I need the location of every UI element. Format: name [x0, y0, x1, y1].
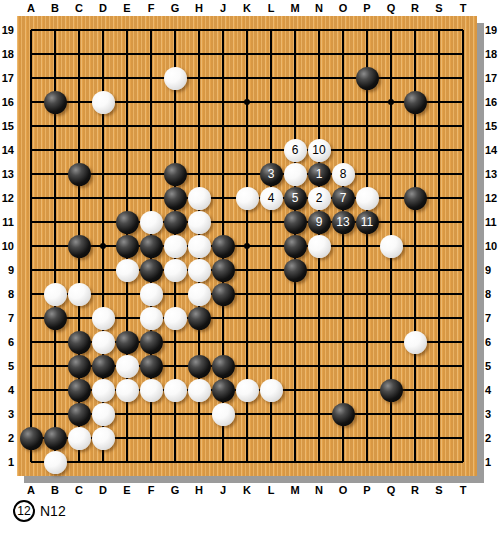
point-P5[interactable]	[355, 354, 379, 378]
point-S1[interactable]	[427, 450, 451, 474]
point-K19[interactable]	[235, 18, 259, 42]
point-F19[interactable]	[139, 18, 163, 42]
point-S14[interactable]	[427, 138, 451, 162]
point-S19[interactable]	[427, 18, 451, 42]
point-L1[interactable]	[259, 450, 283, 474]
point-O12[interactable]: 7	[331, 186, 355, 210]
point-O18[interactable]	[331, 42, 355, 66]
point-O5[interactable]	[331, 354, 355, 378]
point-L2[interactable]	[259, 426, 283, 450]
point-M6[interactable]	[283, 330, 307, 354]
point-M17[interactable]	[283, 66, 307, 90]
point-N13[interactable]: 1	[307, 162, 331, 186]
point-R15[interactable]	[403, 114, 427, 138]
point-E4[interactable]	[115, 378, 139, 402]
point-G9[interactable]	[163, 258, 187, 282]
point-A2[interactable]	[19, 426, 43, 450]
point-A16[interactable]	[19, 90, 43, 114]
point-R4[interactable]	[403, 378, 427, 402]
point-G19[interactable]	[163, 18, 187, 42]
point-F5[interactable]	[139, 354, 163, 378]
point-G17[interactable]	[163, 66, 187, 90]
point-K11[interactable]	[235, 210, 259, 234]
point-A15[interactable]	[19, 114, 43, 138]
point-A13[interactable]	[19, 162, 43, 186]
point-C19[interactable]	[67, 18, 91, 42]
point-F6[interactable]	[139, 330, 163, 354]
point-B11[interactable]	[43, 210, 67, 234]
point-B19[interactable]	[43, 18, 67, 42]
point-A10[interactable]	[19, 234, 43, 258]
point-O17[interactable]	[331, 66, 355, 90]
point-H19[interactable]	[187, 18, 211, 42]
point-Q1[interactable]	[379, 450, 403, 474]
point-L9[interactable]	[259, 258, 283, 282]
point-F7[interactable]	[139, 306, 163, 330]
point-C16[interactable]	[67, 90, 91, 114]
point-O14[interactable]	[331, 138, 355, 162]
point-N15[interactable]	[307, 114, 331, 138]
point-L13[interactable]: 3	[259, 162, 283, 186]
point-L6[interactable]	[259, 330, 283, 354]
point-C13[interactable]	[67, 162, 91, 186]
point-Q8[interactable]	[379, 282, 403, 306]
point-M5[interactable]	[283, 354, 307, 378]
point-P1[interactable]	[355, 450, 379, 474]
point-K8[interactable]	[235, 282, 259, 306]
point-R19[interactable]	[403, 18, 427, 42]
point-J16[interactable]	[211, 90, 235, 114]
point-C9[interactable]	[67, 258, 91, 282]
point-E2[interactable]	[115, 426, 139, 450]
point-Q7[interactable]	[379, 306, 403, 330]
point-C5[interactable]	[67, 354, 91, 378]
point-D4[interactable]	[91, 378, 115, 402]
point-D10[interactable]	[91, 234, 115, 258]
point-F13[interactable]	[139, 162, 163, 186]
point-G7[interactable]	[163, 306, 187, 330]
point-E10[interactable]	[115, 234, 139, 258]
point-R2[interactable]	[403, 426, 427, 450]
point-K4[interactable]	[235, 378, 259, 402]
point-J4[interactable]	[211, 378, 235, 402]
point-Q4[interactable]	[379, 378, 403, 402]
point-G14[interactable]	[163, 138, 187, 162]
point-E19[interactable]	[115, 18, 139, 42]
point-K1[interactable]	[235, 450, 259, 474]
point-P16[interactable]	[355, 90, 379, 114]
point-L3[interactable]	[259, 402, 283, 426]
point-T7[interactable]	[451, 306, 475, 330]
point-S13[interactable]	[427, 162, 451, 186]
point-H8[interactable]	[187, 282, 211, 306]
point-Q14[interactable]	[379, 138, 403, 162]
point-M14[interactable]: 6	[283, 138, 307, 162]
point-M12[interactable]: 5	[283, 186, 307, 210]
point-J14[interactable]	[211, 138, 235, 162]
point-R11[interactable]	[403, 210, 427, 234]
point-D6[interactable]	[91, 330, 115, 354]
point-Q16[interactable]	[379, 90, 403, 114]
point-N17[interactable]	[307, 66, 331, 90]
point-C4[interactable]	[67, 378, 91, 402]
point-F17[interactable]	[139, 66, 163, 90]
point-J3[interactable]	[211, 402, 235, 426]
point-R17[interactable]	[403, 66, 427, 90]
point-P4[interactable]	[355, 378, 379, 402]
point-E7[interactable]	[115, 306, 139, 330]
point-P18[interactable]	[355, 42, 379, 66]
point-R12[interactable]	[403, 186, 427, 210]
point-J7[interactable]	[211, 306, 235, 330]
point-J5[interactable]	[211, 354, 235, 378]
point-T17[interactable]	[451, 66, 475, 90]
point-B2[interactable]	[43, 426, 67, 450]
point-K9[interactable]	[235, 258, 259, 282]
point-C17[interactable]	[67, 66, 91, 90]
point-H10[interactable]	[187, 234, 211, 258]
point-P2[interactable]	[355, 426, 379, 450]
point-F18[interactable]	[139, 42, 163, 66]
point-D5[interactable]	[91, 354, 115, 378]
point-C7[interactable]	[67, 306, 91, 330]
point-E13[interactable]	[115, 162, 139, 186]
point-T19[interactable]	[451, 18, 475, 42]
point-R10[interactable]	[403, 234, 427, 258]
point-B5[interactable]	[43, 354, 67, 378]
point-H9[interactable]	[187, 258, 211, 282]
point-A8[interactable]	[19, 282, 43, 306]
point-T18[interactable]	[451, 42, 475, 66]
point-H18[interactable]	[187, 42, 211, 66]
point-S4[interactable]	[427, 378, 451, 402]
point-M13[interactable]	[283, 162, 307, 186]
point-N14[interactable]: 10	[307, 138, 331, 162]
point-A19[interactable]	[19, 18, 43, 42]
point-L12[interactable]: 4	[259, 186, 283, 210]
point-D19[interactable]	[91, 18, 115, 42]
point-G13[interactable]	[163, 162, 187, 186]
point-H16[interactable]	[187, 90, 211, 114]
point-N11[interactable]: 9	[307, 210, 331, 234]
point-O7[interactable]	[331, 306, 355, 330]
point-J10[interactable]	[211, 234, 235, 258]
point-S18[interactable]	[427, 42, 451, 66]
point-J11[interactable]	[211, 210, 235, 234]
point-A5[interactable]	[19, 354, 43, 378]
point-G5[interactable]	[163, 354, 187, 378]
point-H2[interactable]	[187, 426, 211, 450]
point-Q18[interactable]	[379, 42, 403, 66]
point-C2[interactable]	[67, 426, 91, 450]
point-D18[interactable]	[91, 42, 115, 66]
point-A12[interactable]	[19, 186, 43, 210]
point-P13[interactable]	[355, 162, 379, 186]
point-F15[interactable]	[139, 114, 163, 138]
point-K15[interactable]	[235, 114, 259, 138]
point-N10[interactable]	[307, 234, 331, 258]
point-Q2[interactable]	[379, 426, 403, 450]
point-F16[interactable]	[139, 90, 163, 114]
point-H4[interactable]	[187, 378, 211, 402]
point-L11[interactable]	[259, 210, 283, 234]
point-J17[interactable]	[211, 66, 235, 90]
point-L15[interactable]	[259, 114, 283, 138]
point-P14[interactable]	[355, 138, 379, 162]
point-E16[interactable]	[115, 90, 139, 114]
point-D14[interactable]	[91, 138, 115, 162]
point-A7[interactable]	[19, 306, 43, 330]
point-K3[interactable]	[235, 402, 259, 426]
point-F9[interactable]	[139, 258, 163, 282]
point-T5[interactable]	[451, 354, 475, 378]
point-J6[interactable]	[211, 330, 235, 354]
point-G2[interactable]	[163, 426, 187, 450]
point-R14[interactable]	[403, 138, 427, 162]
point-Q10[interactable]	[379, 234, 403, 258]
point-G10[interactable]	[163, 234, 187, 258]
point-G8[interactable]	[163, 282, 187, 306]
point-R6[interactable]	[403, 330, 427, 354]
point-S16[interactable]	[427, 90, 451, 114]
point-N19[interactable]	[307, 18, 331, 42]
point-E6[interactable]	[115, 330, 139, 354]
point-R16[interactable]	[403, 90, 427, 114]
point-F8[interactable]	[139, 282, 163, 306]
point-M7[interactable]	[283, 306, 307, 330]
point-A4[interactable]	[19, 378, 43, 402]
point-F14[interactable]	[139, 138, 163, 162]
point-R18[interactable]	[403, 42, 427, 66]
point-D7[interactable]	[91, 306, 115, 330]
point-T2[interactable]	[451, 426, 475, 450]
point-P9[interactable]	[355, 258, 379, 282]
point-O8[interactable]	[331, 282, 355, 306]
point-L5[interactable]	[259, 354, 283, 378]
point-E11[interactable]	[115, 210, 139, 234]
point-B17[interactable]	[43, 66, 67, 90]
point-S2[interactable]	[427, 426, 451, 450]
point-D8[interactable]	[91, 282, 115, 306]
point-O10[interactable]	[331, 234, 355, 258]
point-Q13[interactable]	[379, 162, 403, 186]
point-B13[interactable]	[43, 162, 67, 186]
point-P6[interactable]	[355, 330, 379, 354]
point-C15[interactable]	[67, 114, 91, 138]
point-S5[interactable]	[427, 354, 451, 378]
point-P11[interactable]: 11	[355, 210, 379, 234]
point-H11[interactable]	[187, 210, 211, 234]
point-G4[interactable]	[163, 378, 187, 402]
point-G11[interactable]	[163, 210, 187, 234]
point-D16[interactable]	[91, 90, 115, 114]
point-T9[interactable]	[451, 258, 475, 282]
point-M4[interactable]	[283, 378, 307, 402]
point-M3[interactable]	[283, 402, 307, 426]
point-J9[interactable]	[211, 258, 235, 282]
point-K12[interactable]	[235, 186, 259, 210]
point-F3[interactable]	[139, 402, 163, 426]
point-J15[interactable]	[211, 114, 235, 138]
point-G15[interactable]	[163, 114, 187, 138]
point-M11[interactable]	[283, 210, 307, 234]
point-O4[interactable]	[331, 378, 355, 402]
point-F4[interactable]	[139, 378, 163, 402]
point-N3[interactable]	[307, 402, 331, 426]
point-Q11[interactable]	[379, 210, 403, 234]
point-A9[interactable]	[19, 258, 43, 282]
point-Q3[interactable]	[379, 402, 403, 426]
point-E17[interactable]	[115, 66, 139, 90]
point-N18[interactable]	[307, 42, 331, 66]
point-E8[interactable]	[115, 282, 139, 306]
point-R5[interactable]	[403, 354, 427, 378]
point-A17[interactable]	[19, 66, 43, 90]
point-J8[interactable]	[211, 282, 235, 306]
point-C8[interactable]	[67, 282, 91, 306]
point-G6[interactable]	[163, 330, 187, 354]
point-B12[interactable]	[43, 186, 67, 210]
point-B18[interactable]	[43, 42, 67, 66]
point-P17[interactable]	[355, 66, 379, 90]
point-P10[interactable]	[355, 234, 379, 258]
point-L17[interactable]	[259, 66, 283, 90]
point-S17[interactable]	[427, 66, 451, 90]
point-B1[interactable]	[43, 450, 67, 474]
point-C10[interactable]	[67, 234, 91, 258]
point-H1[interactable]	[187, 450, 211, 474]
point-B6[interactable]	[43, 330, 67, 354]
point-O19[interactable]	[331, 18, 355, 42]
point-D17[interactable]	[91, 66, 115, 90]
point-B10[interactable]	[43, 234, 67, 258]
point-T15[interactable]	[451, 114, 475, 138]
point-Q19[interactable]	[379, 18, 403, 42]
point-N4[interactable]	[307, 378, 331, 402]
point-T13[interactable]	[451, 162, 475, 186]
point-T12[interactable]	[451, 186, 475, 210]
point-N7[interactable]	[307, 306, 331, 330]
point-C18[interactable]	[67, 42, 91, 66]
point-N6[interactable]	[307, 330, 331, 354]
point-N2[interactable]	[307, 426, 331, 450]
point-D1[interactable]	[91, 450, 115, 474]
point-T10[interactable]	[451, 234, 475, 258]
point-B8[interactable]	[43, 282, 67, 306]
point-M18[interactable]	[283, 42, 307, 66]
point-D2[interactable]	[91, 426, 115, 450]
point-A1[interactable]	[19, 450, 43, 474]
point-G18[interactable]	[163, 42, 187, 66]
point-H13[interactable]	[187, 162, 211, 186]
point-F12[interactable]	[139, 186, 163, 210]
point-D11[interactable]	[91, 210, 115, 234]
point-M1[interactable]	[283, 450, 307, 474]
point-E3[interactable]	[115, 402, 139, 426]
point-P12[interactable]	[355, 186, 379, 210]
point-S9[interactable]	[427, 258, 451, 282]
point-C6[interactable]	[67, 330, 91, 354]
point-S3[interactable]	[427, 402, 451, 426]
point-F11[interactable]	[139, 210, 163, 234]
point-B15[interactable]	[43, 114, 67, 138]
point-H12[interactable]	[187, 186, 211, 210]
point-N12[interactable]: 2	[307, 186, 331, 210]
point-E15[interactable]	[115, 114, 139, 138]
point-B14[interactable]	[43, 138, 67, 162]
point-Q17[interactable]	[379, 66, 403, 90]
point-O9[interactable]	[331, 258, 355, 282]
point-O6[interactable]	[331, 330, 355, 354]
point-N5[interactable]	[307, 354, 331, 378]
point-N8[interactable]	[307, 282, 331, 306]
point-K18[interactable]	[235, 42, 259, 66]
point-T1[interactable]	[451, 450, 475, 474]
point-Q9[interactable]	[379, 258, 403, 282]
point-P8[interactable]	[355, 282, 379, 306]
point-T14[interactable]	[451, 138, 475, 162]
point-H15[interactable]	[187, 114, 211, 138]
point-E1[interactable]	[115, 450, 139, 474]
point-R1[interactable]	[403, 450, 427, 474]
point-L18[interactable]	[259, 42, 283, 66]
point-D13[interactable]	[91, 162, 115, 186]
point-K10[interactable]	[235, 234, 259, 258]
point-E14[interactable]	[115, 138, 139, 162]
point-S8[interactable]	[427, 282, 451, 306]
point-G1[interactable]	[163, 450, 187, 474]
point-L19[interactable]	[259, 18, 283, 42]
point-H5[interactable]	[187, 354, 211, 378]
point-R9[interactable]	[403, 258, 427, 282]
point-O13[interactable]: 8	[331, 162, 355, 186]
point-T16[interactable]	[451, 90, 475, 114]
point-L10[interactable]	[259, 234, 283, 258]
point-M19[interactable]	[283, 18, 307, 42]
point-J12[interactable]	[211, 186, 235, 210]
point-M9[interactable]	[283, 258, 307, 282]
point-K13[interactable]	[235, 162, 259, 186]
point-S12[interactable]	[427, 186, 451, 210]
point-K2[interactable]	[235, 426, 259, 450]
point-A6[interactable]	[19, 330, 43, 354]
point-E12[interactable]	[115, 186, 139, 210]
point-B3[interactable]	[43, 402, 67, 426]
point-D3[interactable]	[91, 402, 115, 426]
point-S7[interactable]	[427, 306, 451, 330]
point-A11[interactable]	[19, 210, 43, 234]
point-R8[interactable]	[403, 282, 427, 306]
point-S11[interactable]	[427, 210, 451, 234]
point-H7[interactable]	[187, 306, 211, 330]
point-H6[interactable]	[187, 330, 211, 354]
point-P15[interactable]	[355, 114, 379, 138]
point-T11[interactable]	[451, 210, 475, 234]
point-S10[interactable]	[427, 234, 451, 258]
point-A14[interactable]	[19, 138, 43, 162]
point-K7[interactable]	[235, 306, 259, 330]
point-T4[interactable]	[451, 378, 475, 402]
point-L7[interactable]	[259, 306, 283, 330]
point-C12[interactable]	[67, 186, 91, 210]
point-H17[interactable]	[187, 66, 211, 90]
point-D9[interactable]	[91, 258, 115, 282]
point-E9[interactable]	[115, 258, 139, 282]
point-E5[interactable]	[115, 354, 139, 378]
point-M10[interactable]	[283, 234, 307, 258]
point-J13[interactable]	[211, 162, 235, 186]
point-C11[interactable]	[67, 210, 91, 234]
